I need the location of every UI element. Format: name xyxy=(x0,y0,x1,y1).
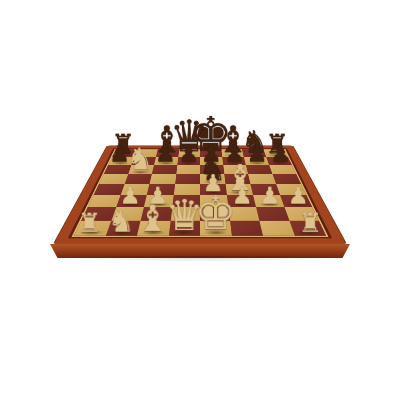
square-d6[interactable] xyxy=(176,165,200,174)
square-b3[interactable]: ♟ xyxy=(116,195,147,207)
square-f5[interactable] xyxy=(224,174,250,184)
square-e7[interactable]: ♟ xyxy=(200,157,223,165)
square-f6[interactable] xyxy=(223,165,248,174)
square-d8[interactable]: ♛ xyxy=(178,149,200,157)
piece-shadow xyxy=(119,202,141,206)
square-f7[interactable]: ♟ xyxy=(222,157,246,165)
piece-shadow xyxy=(204,230,228,235)
white-pawn-f3: ♟ xyxy=(232,185,253,207)
square-h8[interactable]: ♜ xyxy=(263,149,288,157)
piece-shadow xyxy=(296,230,322,235)
square-b2[interactable] xyxy=(111,207,144,221)
square-f1[interactable] xyxy=(230,221,263,236)
white-pawn-h3: ♟ xyxy=(288,185,309,207)
square-d5[interactable] xyxy=(175,174,200,184)
black-rook-h8: ♜ xyxy=(265,132,289,157)
piece-shadow xyxy=(172,230,196,235)
square-c7[interactable]: ♟ xyxy=(154,157,178,165)
board-frame: ♜♝♛♚♝♞♜♟♟♟♟♟♟♟♞♞♟♝♟♟♟♟♟♜♞♝♛♚♜ xyxy=(54,146,346,244)
chess-board: ♜♝♛♚♝♞♜♟♟♟♟♟♟♟♞♞♟♝♟♟♟♟♟♜♞♝♛♚♜ xyxy=(54,146,346,244)
square-b6[interactable]: ♞ xyxy=(128,165,154,174)
square-a8[interactable]: ♜ xyxy=(112,149,137,157)
square-e8[interactable]: ♚ xyxy=(200,149,222,157)
piece-shadow xyxy=(286,202,309,206)
black-rook-a8: ♜ xyxy=(111,132,135,157)
square-d4[interactable] xyxy=(173,184,200,195)
piece-shadow xyxy=(78,230,104,235)
square-c6[interactable] xyxy=(152,165,177,174)
square-c4[interactable] xyxy=(147,184,175,195)
square-g5[interactable] xyxy=(248,174,276,184)
square-b4[interactable] xyxy=(120,184,149,195)
square-d7[interactable]: ♟ xyxy=(177,157,200,165)
white-pawn-c3: ♟ xyxy=(147,185,168,207)
square-b5[interactable] xyxy=(124,174,152,184)
square-c8[interactable]: ♝ xyxy=(156,149,179,157)
piece-shadow xyxy=(109,230,134,235)
square-e5[interactable]: ♞ xyxy=(200,174,225,184)
piece-shadow xyxy=(231,202,253,206)
square-c1[interactable]: ♝ xyxy=(137,221,170,236)
square-g8[interactable]: ♞ xyxy=(242,149,266,157)
square-h6[interactable] xyxy=(269,165,296,174)
square-g4[interactable] xyxy=(250,184,279,195)
square-d2[interactable] xyxy=(170,207,200,221)
board-shadow xyxy=(62,256,338,262)
square-h4[interactable] xyxy=(276,184,307,195)
piece-shadow xyxy=(147,202,169,206)
white-pawn-b3: ♟ xyxy=(119,185,140,207)
square-h1[interactable]: ♜ xyxy=(289,221,326,236)
square-d1[interactable]: ♛ xyxy=(168,221,200,236)
square-h5[interactable] xyxy=(272,174,301,184)
square-e3[interactable] xyxy=(200,195,228,207)
square-b1[interactable]: ♞ xyxy=(105,221,140,236)
square-e6[interactable] xyxy=(200,165,224,174)
piece-shadow xyxy=(141,230,166,235)
square-h2[interactable] xyxy=(284,207,319,221)
square-f3[interactable]: ♟ xyxy=(227,195,256,207)
square-c3[interactable]: ♟ xyxy=(144,195,173,207)
square-h7[interactable]: ♟ xyxy=(266,157,292,165)
square-e4[interactable]: ♟ xyxy=(200,184,227,195)
square-f8[interactable]: ♝ xyxy=(221,149,244,157)
piece-shadow xyxy=(203,180,222,183)
square-c2[interactable] xyxy=(141,207,172,221)
square-c5[interactable] xyxy=(150,174,176,184)
square-b8[interactable] xyxy=(134,149,158,157)
board-squares: ♜♝♛♚♝♞♜♟♟♟♟♟♟♟♞♞♟♝♟♟♟♟♟♜♞♝♛♚♜ xyxy=(72,149,329,237)
square-b7[interactable] xyxy=(131,157,156,165)
square-e1[interactable]: ♚ xyxy=(200,221,232,236)
square-h3[interactable]: ♟ xyxy=(280,195,312,207)
chess-set-photo: ♜♝♛♚♝♞♜♟♟♟♟♟♟♟♞♞♟♝♟♟♟♟♟♜♞♝♛♚♜ xyxy=(0,0,400,400)
square-e2[interactable] xyxy=(200,207,230,221)
square-a7[interactable]: ♟ xyxy=(108,157,134,165)
square-d3[interactable] xyxy=(172,195,200,207)
white-pawn-g3: ♟ xyxy=(260,185,281,207)
square-g7[interactable]: ♟ xyxy=(244,157,269,165)
piece-shadow xyxy=(258,202,280,206)
square-f4[interactable]: ♝ xyxy=(225,184,253,195)
square-g6[interactable] xyxy=(246,165,272,174)
square-f2[interactable] xyxy=(228,207,259,221)
